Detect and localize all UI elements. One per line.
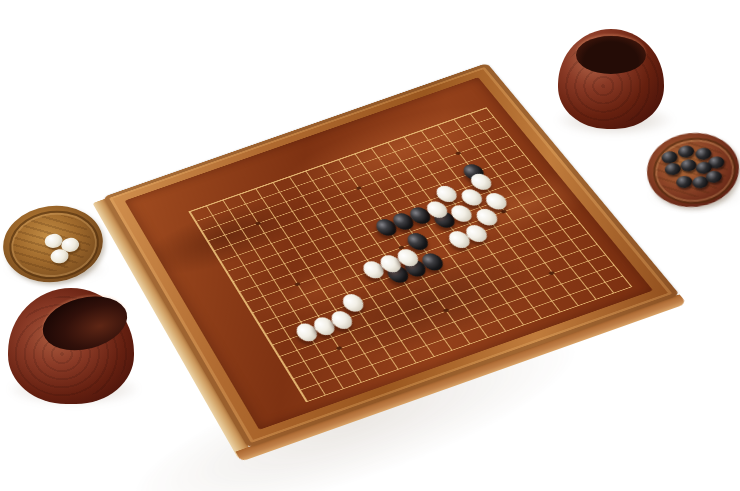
star-point	[455, 151, 462, 155]
star-point	[255, 221, 261, 225]
star-point	[336, 346, 343, 351]
photo-stage	[0, 0, 740, 491]
star-point	[294, 282, 301, 287]
star-point	[500, 209, 507, 213]
star-point	[548, 271, 555, 276]
star-point	[355, 186, 362, 190]
stone-bowl-top-right	[558, 29, 664, 129]
bowl-opening	[576, 36, 646, 74]
star-point	[442, 308, 449, 313]
stone-bowl-bottom-left	[8, 288, 134, 404]
